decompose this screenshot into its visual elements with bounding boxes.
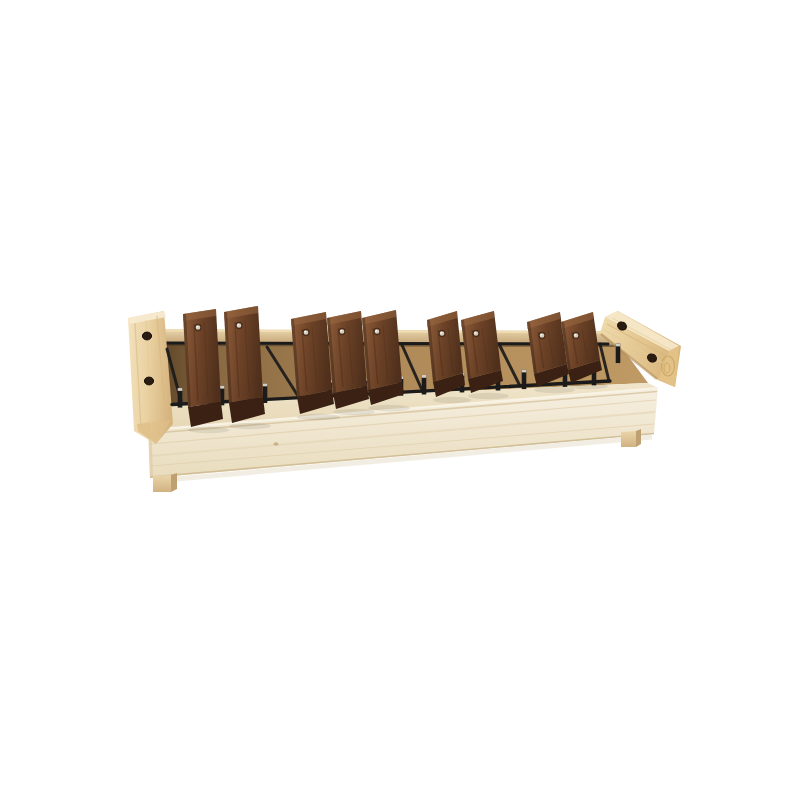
xylophone-photo	[0, 0, 800, 800]
post-metal-cap	[263, 384, 268, 387]
post-shaft	[263, 384, 268, 404]
bar-nail	[374, 329, 380, 335]
bar-nail-highlight	[440, 332, 442, 334]
bar-shadow	[368, 405, 410, 411]
post-shaft	[522, 370, 527, 390]
bar-shadow	[534, 387, 575, 393]
wood-knot	[273, 442, 278, 446]
bar-nail-highlight	[540, 334, 542, 336]
bar-nail	[573, 333, 579, 339]
post-metal-cap	[178, 388, 183, 391]
bar-nail-highlight	[237, 324, 239, 326]
bar-shadow	[468, 393, 509, 399]
bar-shadow	[229, 423, 271, 429]
bar-nail	[439, 331, 445, 337]
product-photo-canvas	[0, 0, 800, 800]
bar-nail	[303, 330, 309, 336]
post-metal-cap	[422, 375, 427, 378]
foot-left-front	[153, 475, 171, 492]
bar-nail-highlight	[196, 326, 198, 328]
bar-nail-highlight	[340, 330, 342, 332]
cord-post-8	[422, 375, 427, 395]
bar-nail-highlight	[474, 332, 476, 334]
bar-nail-highlight	[304, 331, 306, 333]
post-shaft	[422, 375, 427, 395]
cord-post-14	[616, 344, 621, 364]
bar-shadow	[333, 409, 375, 415]
screw-1	[142, 332, 151, 340]
bar-nail	[539, 333, 545, 339]
bar-shadow	[188, 427, 229, 433]
bar-shadow	[297, 414, 340, 420]
bar-shadow	[433, 397, 471, 403]
bar-shadow	[568, 383, 608, 389]
cord-post-11	[522, 370, 527, 390]
post-metal-cap	[616, 344, 621, 347]
foot-left-side	[171, 473, 177, 492]
post-shaft	[178, 388, 183, 408]
bar-nail	[339, 329, 345, 335]
bar-nail	[195, 325, 201, 331]
foot-left	[153, 473, 177, 492]
post-metal-cap	[522, 370, 527, 373]
foot-right-front	[621, 431, 636, 447]
bar-nail-highlight	[574, 334, 576, 336]
bar-nail	[473, 331, 479, 337]
post-shaft	[616, 344, 621, 364]
cord-post-1	[178, 388, 183, 408]
cord-post-3	[263, 384, 268, 404]
foot-right-side	[636, 429, 641, 447]
bar-nail-highlight	[375, 330, 377, 332]
screw-2	[144, 377, 153, 385]
bar-nail	[236, 323, 242, 329]
post-metal-cap	[220, 386, 225, 389]
